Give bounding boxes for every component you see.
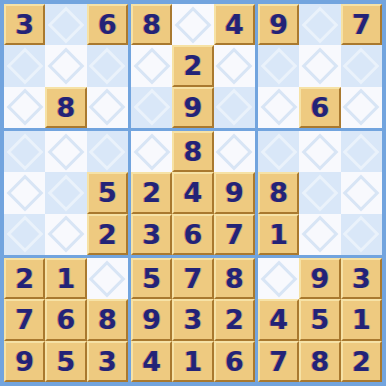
cell-r7c3[interactable]	[87, 258, 128, 299]
cell-r8c2: 6	[45, 299, 86, 340]
given-digit: 7	[269, 348, 288, 375]
cell-r5c7: 8	[258, 172, 299, 213]
diamond-icon	[89, 48, 126, 85]
cell-r3c8: 6	[299, 87, 340, 128]
diamond-icon	[133, 48, 170, 85]
given-digit: 7	[184, 265, 203, 292]
cell-r1c1: 3	[4, 4, 45, 45]
cell-r4c1[interactable]	[4, 131, 45, 172]
diamond-icon	[302, 216, 339, 253]
diamond-icon	[260, 133, 297, 170]
cell-r4c6[interactable]	[214, 131, 255, 172]
diamond-icon	[48, 175, 85, 212]
given-digit: 1	[352, 306, 371, 333]
cell-r9c4: 4	[131, 341, 172, 382]
cell-r3c9[interactable]	[341, 87, 382, 128]
cell-r4c7[interactable]	[258, 131, 299, 172]
cell-r8c4: 9	[131, 299, 172, 340]
diamond-icon	[89, 260, 126, 297]
given-digit: 1	[269, 221, 288, 248]
cell-r7c2: 1	[45, 258, 86, 299]
given-digit: 2	[352, 348, 371, 375]
diamond-icon	[48, 216, 85, 253]
given-digit: 9	[184, 94, 203, 121]
diamond-icon	[343, 175, 380, 212]
cell-r4c5: 8	[172, 131, 213, 172]
diamond-icon	[216, 48, 253, 85]
block-1-2: 8429	[131, 4, 255, 128]
given-digit: 7	[225, 221, 244, 248]
given-digit: 6	[225, 348, 244, 375]
cell-r4c4[interactable]	[131, 131, 172, 172]
diamond-icon	[6, 133, 43, 170]
cell-r7c6: 8	[214, 258, 255, 299]
cell-r8c9: 1	[341, 299, 382, 340]
given-digit: 2	[142, 179, 161, 206]
given-digit: 5	[142, 265, 161, 292]
cell-r2c3[interactable]	[87, 45, 128, 86]
given-digit: 8	[269, 179, 288, 206]
given-digit: 5	[311, 306, 330, 333]
cell-r2c4[interactable]	[131, 45, 172, 86]
cell-r2c1[interactable]	[4, 45, 45, 86]
given-digit: 1	[57, 265, 76, 292]
given-digit: 3	[15, 11, 34, 38]
cell-r6c9[interactable]	[341, 214, 382, 255]
cell-r2c6[interactable]	[214, 45, 255, 86]
cell-r3c1[interactable]	[4, 87, 45, 128]
cell-r4c8[interactable]	[299, 131, 340, 172]
diamond-icon	[343, 216, 380, 253]
given-digit: 2	[184, 52, 203, 79]
cell-r1c5[interactable]	[172, 4, 213, 45]
given-digit: 9	[15, 348, 34, 375]
block-3-1: 21768953	[4, 258, 128, 382]
block-3-2: 578932416	[131, 258, 255, 382]
cell-r7c9: 3	[341, 258, 382, 299]
cell-r8c8: 5	[299, 299, 340, 340]
given-digit: 4	[269, 306, 288, 333]
given-digit: 2	[98, 221, 117, 248]
cell-r7c7[interactable]	[258, 258, 299, 299]
given-digit: 6	[57, 306, 76, 333]
diamond-icon	[343, 89, 380, 126]
given-digit: 8	[225, 265, 244, 292]
cell-r1c3: 6	[87, 4, 128, 45]
diamond-icon	[6, 216, 43, 253]
cell-r3c6[interactable]	[214, 87, 255, 128]
given-digit: 4	[225, 11, 244, 38]
diamond-icon	[216, 89, 253, 126]
cell-r7c8: 9	[299, 258, 340, 299]
cell-r6c7: 1	[258, 214, 299, 255]
cell-r6c1[interactable]	[4, 214, 45, 255]
given-digit: 6	[184, 221, 203, 248]
given-digit: 5	[57, 348, 76, 375]
cell-r1c9: 7	[341, 4, 382, 45]
diamond-icon	[260, 260, 297, 297]
diamond-icon	[6, 48, 43, 85]
given-digit: 6	[98, 11, 117, 38]
cell-r9c3: 3	[87, 341, 128, 382]
given-digit: 5	[98, 179, 117, 206]
diamond-icon	[302, 133, 339, 170]
cell-r3c4[interactable]	[131, 87, 172, 128]
diamond-icon	[302, 6, 339, 43]
cell-r2c9[interactable]	[341, 45, 382, 86]
cell-r3c2: 8	[45, 87, 86, 128]
cell-r3c3[interactable]	[87, 87, 128, 128]
cell-r5c2[interactable]	[45, 172, 86, 213]
diamond-icon	[302, 175, 339, 212]
cell-r2c2[interactable]	[45, 45, 86, 86]
cell-r8c6: 2	[214, 299, 255, 340]
cell-r2c5: 2	[172, 45, 213, 86]
cell-r9c7: 7	[258, 341, 299, 382]
diamond-icon	[48, 48, 85, 85]
given-digit: 9	[311, 265, 330, 292]
given-digit: 3	[98, 348, 117, 375]
given-digit: 8	[311, 348, 330, 375]
cell-r9c2: 5	[45, 341, 86, 382]
cell-r6c5: 6	[172, 214, 213, 255]
cell-r6c3: 2	[87, 214, 128, 255]
block-3-3: 93451782	[258, 258, 382, 382]
block-1-3: 976	[258, 4, 382, 128]
diamond-icon	[343, 48, 380, 85]
given-digit: 9	[225, 179, 244, 206]
diamond-icon	[260, 89, 297, 126]
diamond-icon	[175, 6, 212, 43]
cell-r6c6: 7	[214, 214, 255, 255]
cell-r4c2[interactable]	[45, 131, 86, 172]
cell-r6c4: 3	[131, 214, 172, 255]
given-digit: 4	[142, 348, 161, 375]
cell-r9c5: 1	[172, 341, 213, 382]
given-digit: 8	[57, 94, 76, 121]
cell-r6c2[interactable]	[45, 214, 86, 255]
cell-r8c3: 8	[87, 299, 128, 340]
diamond-icon	[48, 133, 85, 170]
diamond-icon	[302, 48, 339, 85]
diamond-icon	[89, 89, 126, 126]
diamond-icon	[343, 133, 380, 170]
sudoku-board: 3688429976528249367812176895357893241693…	[0, 0, 386, 386]
cell-r5c3: 5	[87, 172, 128, 213]
cell-r3c7[interactable]	[258, 87, 299, 128]
cell-r9c9: 2	[341, 341, 382, 382]
given-digit: 8	[98, 306, 117, 333]
cell-r8c1: 7	[4, 299, 45, 340]
block-1-1: 368	[4, 4, 128, 128]
given-digit: 3	[352, 265, 371, 292]
given-digit: 2	[15, 265, 34, 292]
cell-r5c6: 9	[214, 172, 255, 213]
cell-r5c8[interactable]	[299, 172, 340, 213]
diamond-icon	[48, 6, 85, 43]
diamond-icon	[6, 89, 43, 126]
given-digit: 3	[184, 306, 203, 333]
cell-r5c1[interactable]	[4, 172, 45, 213]
cell-r4c9[interactable]	[341, 131, 382, 172]
cell-r7c4: 5	[131, 258, 172, 299]
diamond-icon	[133, 89, 170, 126]
cell-r1c7: 9	[258, 4, 299, 45]
cell-r5c4: 2	[131, 172, 172, 213]
cell-r8c5: 3	[172, 299, 213, 340]
given-digit: 4	[184, 179, 203, 206]
cell-r1c8[interactable]	[299, 4, 340, 45]
cell-r4c3[interactable]	[87, 131, 128, 172]
cell-r9c8: 8	[299, 341, 340, 382]
cell-r5c5: 4	[172, 172, 213, 213]
cell-r2c7[interactable]	[258, 45, 299, 86]
cell-r1c4: 8	[131, 4, 172, 45]
cell-r7c5: 7	[172, 258, 213, 299]
given-digit: 7	[352, 11, 371, 38]
given-digit: 8	[184, 138, 203, 165]
block-2-3: 81	[258, 131, 382, 255]
cell-r7c1: 2	[4, 258, 45, 299]
cell-r6c8[interactable]	[299, 214, 340, 255]
cell-r9c1: 9	[4, 341, 45, 382]
diamond-icon	[89, 133, 126, 170]
cell-r2c8[interactable]	[299, 45, 340, 86]
cell-r9c6: 6	[214, 341, 255, 382]
given-digit: 9	[269, 11, 288, 38]
cell-r5c9[interactable]	[341, 172, 382, 213]
given-digit: 8	[142, 11, 161, 38]
diamond-icon	[216, 133, 253, 170]
cell-r1c2[interactable]	[45, 4, 86, 45]
given-digit: 7	[15, 306, 34, 333]
given-digit: 9	[142, 306, 161, 333]
block-2-1: 52	[4, 131, 128, 255]
given-digit: 2	[225, 306, 244, 333]
diamond-icon	[260, 48, 297, 85]
given-digit: 1	[184, 348, 203, 375]
given-digit: 3	[142, 221, 161, 248]
given-digit: 6	[311, 94, 330, 121]
block-2-2: 8249367	[131, 131, 255, 255]
cell-r8c7: 4	[258, 299, 299, 340]
cell-r1c6: 4	[214, 4, 255, 45]
cell-r3c5: 9	[172, 87, 213, 128]
diamond-icon	[133, 133, 170, 170]
diamond-icon	[6, 175, 43, 212]
